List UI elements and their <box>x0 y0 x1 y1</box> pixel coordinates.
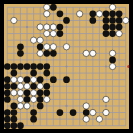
stone-black <box>57 24 64 31</box>
star-point <box>105 105 107 107</box>
stone-black <box>63 17 70 24</box>
stone-white <box>17 103 23 109</box>
star-point <box>65 26 67 28</box>
stone-black <box>103 11 110 18</box>
stone-white <box>63 44 69 50</box>
stone-black <box>43 50 50 57</box>
star-point <box>26 26 28 28</box>
stone-black <box>17 43 24 50</box>
stone-black <box>63 76 70 83</box>
stone-black <box>109 17 116 24</box>
stone-white <box>90 50 96 56</box>
stone-black <box>83 109 90 116</box>
stone-black <box>11 83 18 90</box>
stone-black <box>4 116 11 123</box>
stone-black <box>30 109 37 116</box>
stone-black <box>50 76 57 83</box>
stone-white <box>103 96 109 102</box>
stone-white <box>83 116 89 122</box>
stone-white <box>11 77 17 83</box>
stone-black <box>57 109 64 116</box>
stone-white <box>96 116 102 122</box>
go-board[interactable] <box>0 0 133 133</box>
stone-white <box>17 77 23 83</box>
stone-white <box>90 109 96 115</box>
go-board-grid[interactable] <box>4 4 129 129</box>
stone-white <box>83 50 89 56</box>
stone-black <box>109 11 116 18</box>
stone-white <box>37 50 43 56</box>
stone-black <box>24 63 31 70</box>
stone-white <box>17 90 23 96</box>
stone-white <box>77 11 83 17</box>
stone-white <box>116 30 122 36</box>
stone-black <box>4 63 11 70</box>
stone-black <box>109 30 116 37</box>
stone-black <box>37 76 44 83</box>
stone-white <box>37 24 43 30</box>
stone-black <box>24 96 31 103</box>
stone-black <box>37 43 44 50</box>
stone-black <box>57 11 64 18</box>
stone-black <box>17 50 24 57</box>
stone-white <box>11 90 17 96</box>
stone-black <box>4 89 11 96</box>
stone-white <box>96 11 102 17</box>
stone-black <box>70 109 77 116</box>
star-point <box>65 65 67 67</box>
stone-black <box>37 96 44 103</box>
stone-black <box>24 89 31 96</box>
stone-white <box>109 63 115 69</box>
stone-white <box>50 30 56 36</box>
stone-white <box>50 44 56 50</box>
stone-black <box>4 122 11 129</box>
stone-white <box>50 24 56 30</box>
stone-black <box>37 103 44 110</box>
stone-black <box>109 24 116 31</box>
stone-black <box>37 89 44 96</box>
stone-black <box>4 76 11 83</box>
stone-black <box>43 89 50 96</box>
stone-white <box>30 90 36 96</box>
stone-black <box>11 70 18 77</box>
stone-black <box>11 109 18 116</box>
stone-black <box>89 17 96 24</box>
stone-white <box>11 17 17 23</box>
stone-white <box>109 50 115 56</box>
stone-white <box>30 77 36 83</box>
stone-white <box>44 11 50 17</box>
stone-black <box>103 24 110 31</box>
stone-black <box>24 76 31 83</box>
stone-black <box>103 30 110 37</box>
stone-black <box>4 96 11 103</box>
stone-black <box>4 109 11 116</box>
stone-black <box>89 11 96 18</box>
stone-white <box>30 37 36 43</box>
stone-white <box>37 83 43 89</box>
stone-black <box>30 116 37 123</box>
stone-white <box>109 4 115 10</box>
stone-black <box>109 57 116 64</box>
stone-black <box>116 24 123 31</box>
stone-black <box>37 63 44 70</box>
stone-white <box>17 96 23 102</box>
stone-black <box>4 83 11 90</box>
stone-black <box>30 70 37 77</box>
stone-white <box>44 30 50 36</box>
stone-white <box>30 96 36 102</box>
stone-black <box>11 116 18 123</box>
stone-black <box>43 70 50 77</box>
red-edge-marker <box>127 65 129 68</box>
stone-white <box>44 24 50 30</box>
stone-black <box>30 83 37 90</box>
stone-black <box>17 63 24 70</box>
stone-white <box>17 83 23 89</box>
stone-white <box>83 103 89 109</box>
stone-black <box>30 63 37 70</box>
stone-white <box>44 96 50 102</box>
stone-black <box>103 17 110 24</box>
stone-black <box>11 103 18 110</box>
stone-white <box>24 103 30 109</box>
stone-white <box>44 4 50 10</box>
stone-white <box>44 44 50 50</box>
stone-black <box>57 30 64 37</box>
stone-black <box>11 122 18 129</box>
stone-white <box>24 83 30 89</box>
star-point <box>105 65 107 67</box>
stone-black <box>116 11 123 18</box>
stone-white <box>37 37 43 43</box>
stone-black <box>50 4 57 11</box>
stone-black <box>17 122 24 129</box>
stone-white <box>123 17 129 23</box>
stone-white <box>103 109 109 115</box>
stone-black <box>43 63 50 70</box>
star-point <box>65 105 67 107</box>
stone-black <box>43 83 50 90</box>
stone-black <box>11 63 18 70</box>
stone-black <box>50 50 57 57</box>
stone-black <box>116 17 123 24</box>
